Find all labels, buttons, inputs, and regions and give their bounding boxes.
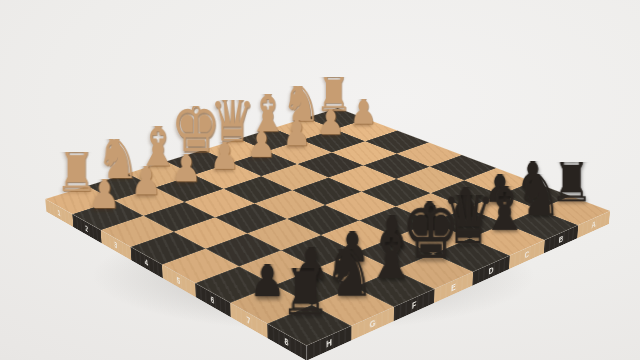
piece-glyph: ♜ [279,250,331,326]
file-label-c: C [524,249,529,260]
rank-label-5: 5 [177,275,181,286]
file-label-d: D [488,265,494,276]
rank-label-8: 8 [284,336,288,348]
rank-label-3: 3 [114,240,118,250]
piece-glyph: ♟ [88,170,120,216]
photo-backdrop: 12345678 HGFEDCBA ♜♞♝♛♚♝♞♜♟♟♟♟♟♟♟♟♟♟♟♟♟♟… [0,0,640,360]
file-label-g: G [370,317,377,329]
file-label-e: E [451,282,456,293]
rank-label-2: 2 [85,224,89,234]
file-label-f: F [412,299,417,310]
file-label-a: A [591,219,596,229]
rank-label-4: 4 [144,257,148,268]
chess-board: 12345678 HGFEDCBA ♜♞♝♛♚♝♞♜♟♟♟♟♟♟♟♟♟♟♟♟♟♟… [45,108,610,346]
piece-white-pawn: ♟ [54,179,156,216]
file-label-h: H [326,337,332,349]
perspective-scene: 12345678 HGFEDCBA ♜♞♝♛♚♝♞♜♟♟♟♟♟♟♟♟♟♟♟♟♟♟… [0,0,640,360]
piece-black-rook: ♜ [246,268,365,327]
file-label-b: B [559,234,564,245]
